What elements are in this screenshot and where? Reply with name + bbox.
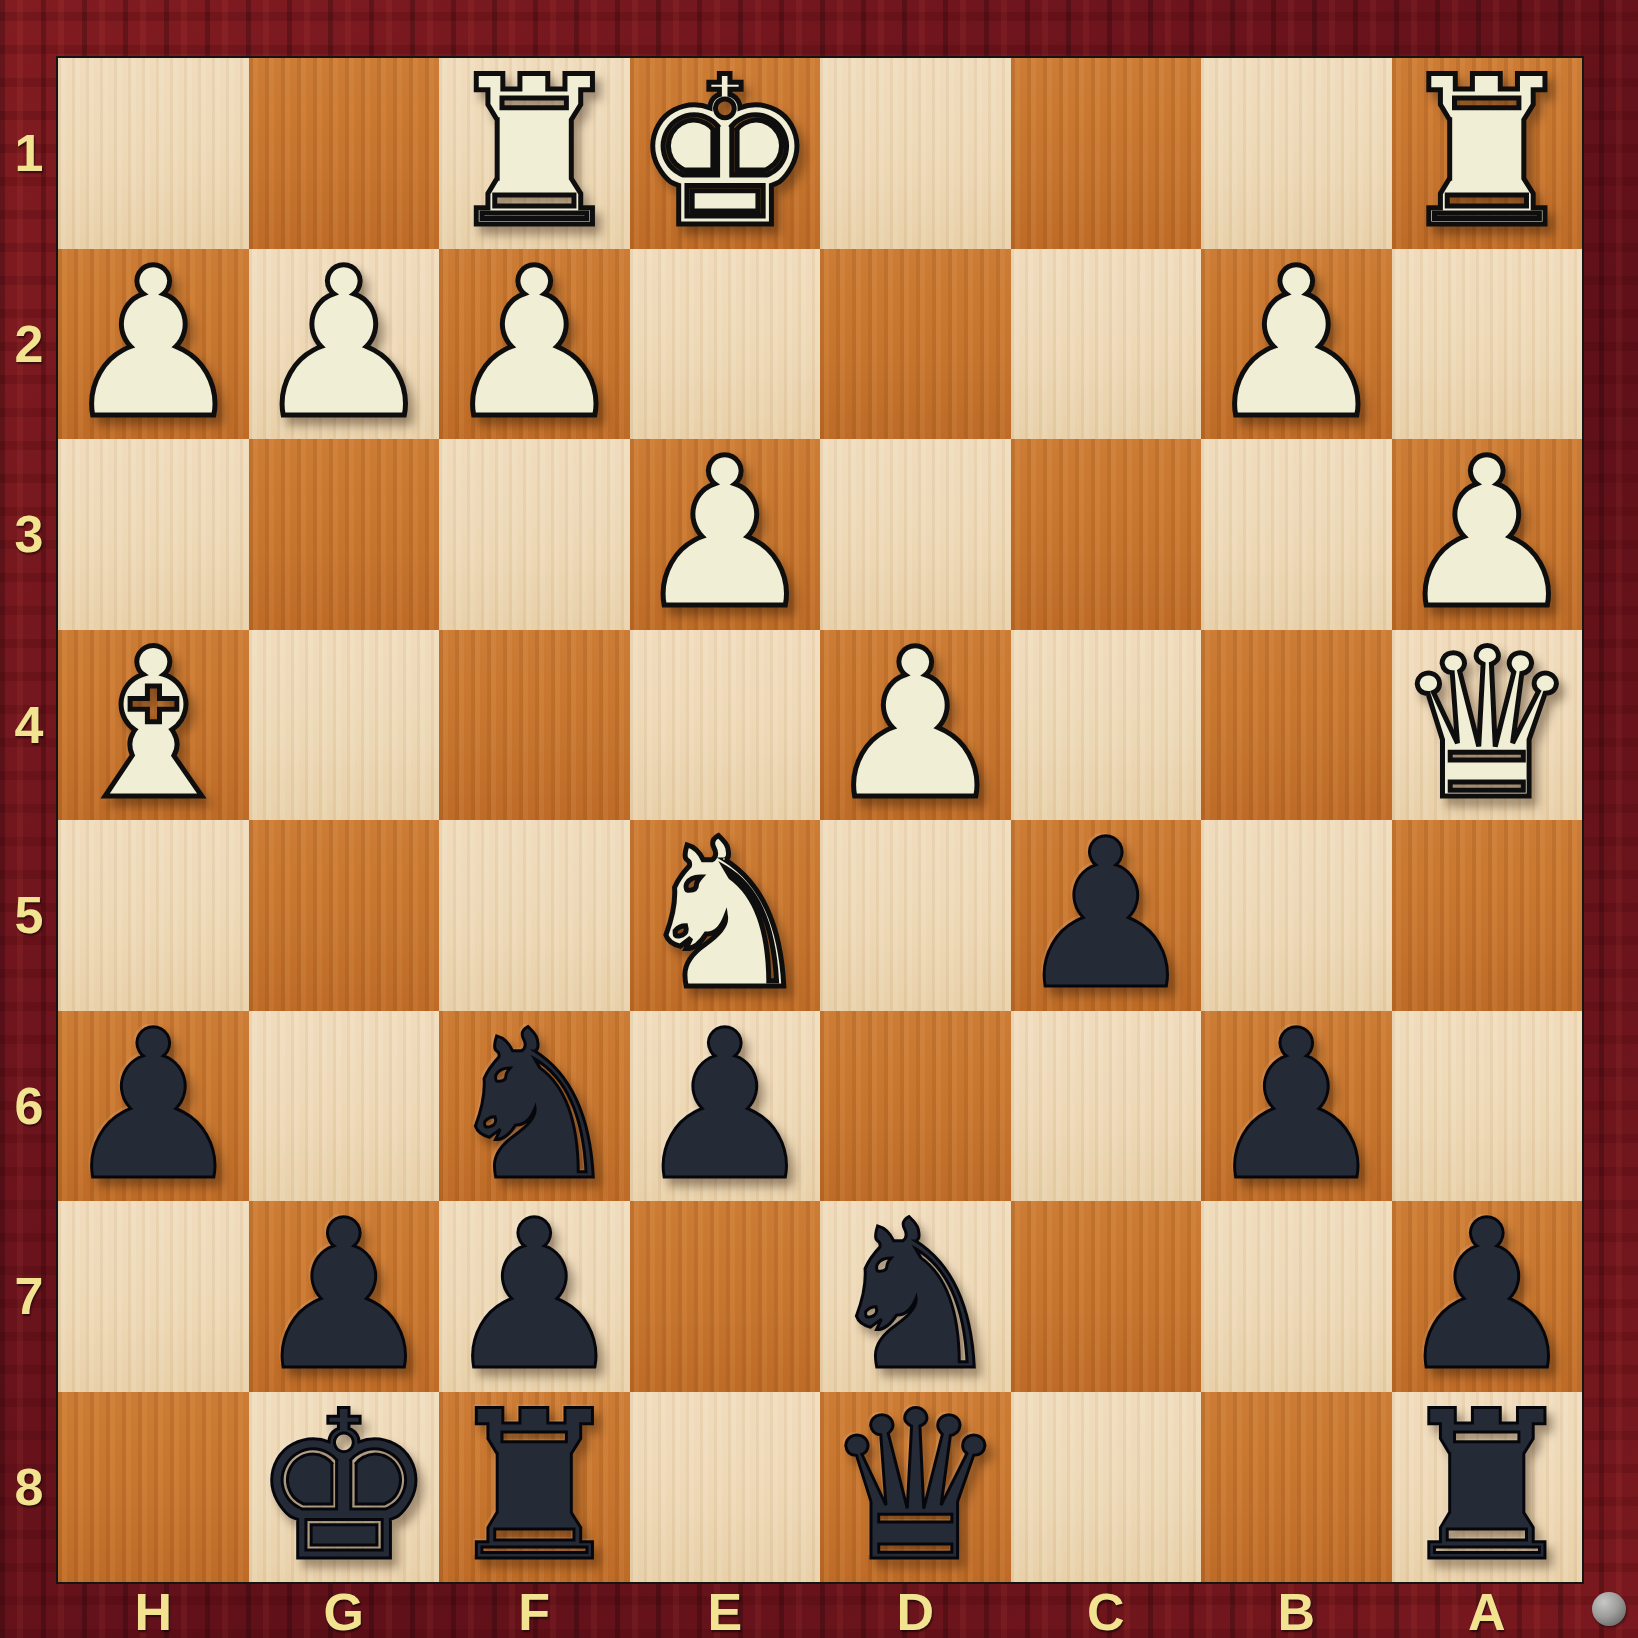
black-king-g8[interactable]: ♚ — [249, 1392, 440, 1583]
file-label-g: G — [249, 1582, 440, 1638]
square-b8[interactable] — [1201, 1392, 1392, 1583]
square-h5[interactable] — [58, 820, 249, 1011]
square-b4[interactable] — [1201, 630, 1392, 821]
square-e1[interactable]: ♚ — [630, 58, 821, 249]
square-e2[interactable] — [630, 249, 821, 440]
square-h6[interactable]: ♟ — [58, 1011, 249, 1202]
chess-board: ♜♚♜♟♟♟♟♟♟♝♟♛♞♟♟♞♟♟♟♟♞♟♚♜♛♜ — [58, 58, 1582, 1582]
white-rook-f1[interactable]: ♜ — [439, 58, 630, 249]
white-king-e1[interactable]: ♚ — [630, 58, 821, 249]
white-knight-e5[interactable]: ♞ — [630, 820, 821, 1011]
board-frame: ♜♚♜♟♟♟♟♟♟♝♟♛♞♟♟♞♟♟♟♟♞♟♚♜♛♜ 12345678 HGFE… — [0, 0, 1638, 1638]
black-pawn-g7[interactable]: ♟ — [249, 1201, 440, 1392]
file-label-a: A — [1392, 1582, 1583, 1638]
file-label-h: H — [58, 1582, 249, 1638]
square-a7[interactable]: ♟ — [1392, 1201, 1583, 1392]
square-e5[interactable]: ♞ — [630, 820, 821, 1011]
square-e8[interactable] — [630, 1392, 821, 1583]
rank-label-4: 4 — [0, 630, 58, 821]
file-label-f: F — [439, 1582, 630, 1638]
square-g7[interactable]: ♟ — [249, 1201, 440, 1392]
square-b6[interactable]: ♟ — [1201, 1011, 1392, 1202]
file-label-e: E — [630, 1582, 821, 1638]
black-pawn-a7[interactable]: ♟ — [1392, 1201, 1583, 1392]
rank-label-5: 5 — [0, 820, 58, 1011]
square-c2[interactable] — [1011, 249, 1202, 440]
square-d2[interactable] — [820, 249, 1011, 440]
black-knight-d7[interactable]: ♞ — [820, 1201, 1011, 1392]
square-a5[interactable] — [1392, 820, 1583, 1011]
square-d4[interactable]: ♟ — [820, 630, 1011, 821]
square-d7[interactable]: ♞ — [820, 1201, 1011, 1392]
file-labels: HGFEDCBA — [58, 1582, 1582, 1638]
square-b3[interactable] — [1201, 439, 1392, 630]
white-pawn-b2[interactable]: ♟ — [1201, 249, 1392, 440]
square-c1[interactable] — [1011, 58, 1202, 249]
white-pawn-h2[interactable]: ♟ — [58, 249, 249, 440]
square-c8[interactable] — [1011, 1392, 1202, 1583]
square-f4[interactable] — [439, 630, 630, 821]
square-a3[interactable]: ♟ — [1392, 439, 1583, 630]
square-c4[interactable] — [1011, 630, 1202, 821]
square-d8[interactable]: ♛ — [820, 1392, 1011, 1583]
square-e7[interactable] — [630, 1201, 821, 1392]
square-b5[interactable] — [1201, 820, 1392, 1011]
side-to-move-ball-icon — [1592, 1592, 1626, 1626]
square-d3[interactable] — [820, 439, 1011, 630]
square-f8[interactable]: ♜ — [439, 1392, 630, 1583]
white-pawn-d4[interactable]: ♟ — [820, 630, 1011, 821]
square-h1[interactable] — [58, 58, 249, 249]
white-pawn-a3[interactable]: ♟ — [1392, 439, 1583, 630]
square-b1[interactable] — [1201, 58, 1392, 249]
square-f2[interactable]: ♟ — [439, 249, 630, 440]
square-g8[interactable]: ♚ — [249, 1392, 440, 1583]
square-h3[interactable] — [58, 439, 249, 630]
white-pawn-g2[interactable]: ♟ — [249, 249, 440, 440]
black-queen-d8[interactable]: ♛ — [820, 1392, 1011, 1583]
square-a1[interactable]: ♜ — [1392, 58, 1583, 249]
rank-label-7: 7 — [0, 1201, 58, 1392]
black-pawn-f7[interactable]: ♟ — [439, 1201, 630, 1392]
square-b2[interactable]: ♟ — [1201, 249, 1392, 440]
rank-label-6: 6 — [0, 1011, 58, 1202]
square-h2[interactable]: ♟ — [58, 249, 249, 440]
white-bishop-h4[interactable]: ♝ — [58, 630, 249, 821]
rank-label-1: 1 — [0, 58, 58, 249]
black-pawn-h6[interactable]: ♟ — [58, 1011, 249, 1202]
white-queen-a4[interactable]: ♛ — [1392, 630, 1583, 821]
square-c5[interactable]: ♟ — [1011, 820, 1202, 1011]
rank-label-2: 2 — [0, 249, 58, 440]
square-g3[interactable] — [249, 439, 440, 630]
square-f3[interactable] — [439, 439, 630, 630]
white-rook-a1[interactable]: ♜ — [1392, 58, 1583, 249]
black-pawn-b6[interactable]: ♟ — [1201, 1011, 1392, 1202]
square-f7[interactable]: ♟ — [439, 1201, 630, 1392]
square-a8[interactable]: ♜ — [1392, 1392, 1583, 1583]
square-h4[interactable]: ♝ — [58, 630, 249, 821]
rank-label-8: 8 — [0, 1392, 58, 1583]
black-pawn-e6[interactable]: ♟ — [630, 1011, 821, 1202]
square-f1[interactable]: ♜ — [439, 58, 630, 249]
square-e3[interactable]: ♟ — [630, 439, 821, 630]
file-label-b: B — [1201, 1582, 1392, 1638]
square-f6[interactable]: ♞ — [439, 1011, 630, 1202]
square-c7[interactable] — [1011, 1201, 1202, 1392]
square-d1[interactable] — [820, 58, 1011, 249]
square-e4[interactable] — [630, 630, 821, 821]
square-c3[interactable] — [1011, 439, 1202, 630]
square-g2[interactable]: ♟ — [249, 249, 440, 440]
rank-label-3: 3 — [0, 439, 58, 630]
square-c6[interactable] — [1011, 1011, 1202, 1202]
square-g6[interactable] — [249, 1011, 440, 1202]
square-h7[interactable] — [58, 1201, 249, 1392]
square-a4[interactable]: ♛ — [1392, 630, 1583, 821]
black-pawn-c5[interactable]: ♟ — [1011, 820, 1202, 1011]
square-b7[interactable] — [1201, 1201, 1392, 1392]
square-g1[interactable] — [249, 58, 440, 249]
square-a2[interactable] — [1392, 249, 1583, 440]
square-d5[interactable] — [820, 820, 1011, 1011]
black-rook-f8[interactable]: ♜ — [439, 1392, 630, 1583]
file-label-d: D — [820, 1582, 1011, 1638]
square-h8[interactable] — [58, 1392, 249, 1583]
square-e6[interactable]: ♟ — [630, 1011, 821, 1202]
square-f5[interactable] — [439, 820, 630, 1011]
square-g5[interactable] — [249, 820, 440, 1011]
square-g4[interactable] — [249, 630, 440, 821]
square-d6[interactable] — [820, 1011, 1011, 1202]
square-a6[interactable] — [1392, 1011, 1583, 1202]
black-rook-a8[interactable]: ♜ — [1392, 1392, 1583, 1583]
white-pawn-f2[interactable]: ♟ — [439, 249, 630, 440]
file-label-c: C — [1011, 1582, 1202, 1638]
rank-labels: 12345678 — [0, 58, 58, 1582]
black-knight-f6[interactable]: ♞ — [439, 1011, 630, 1202]
white-pawn-e3[interactable]: ♟ — [630, 439, 821, 630]
